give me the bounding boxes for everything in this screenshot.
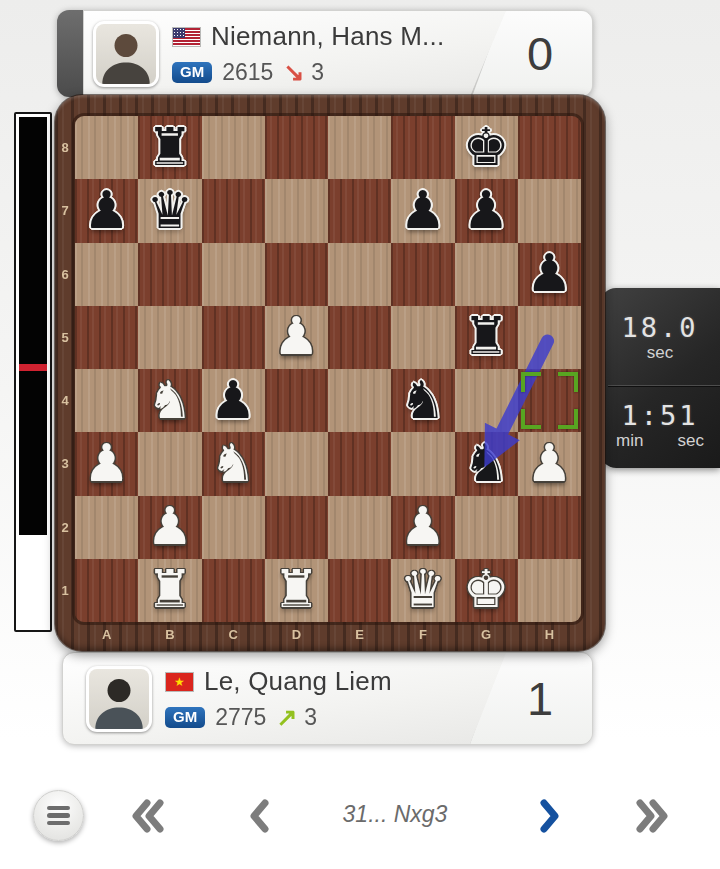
avatar-photo <box>89 669 149 729</box>
black-rook-icon: ♜ <box>463 310 510 362</box>
clock-unit-min: min <box>616 431 643 451</box>
square-a7[interactable]: ♟ <box>75 179 138 242</box>
square-g6[interactable] <box>455 243 518 306</box>
match-score-bottom: 1 <box>527 671 553 726</box>
rating-trend-down-icon: ↘ <box>283 60 304 85</box>
black-knight-icon: ♞ <box>463 437 510 489</box>
square-f7[interactable]: ♟ <box>391 179 454 242</box>
board-grid: ♜♚♟♛♟♟♟♟♜♞♟♞♟♞♞♟♟♟♜♜♛♚ <box>75 116 581 622</box>
white-queen-icon: ♛ <box>400 563 447 615</box>
square-a3[interactable]: ♟ <box>75 432 138 495</box>
rank-label-6: 6 <box>55 243 75 306</box>
clock-top-digits: 18.0 <box>600 312 720 343</box>
square-e4[interactable] <box>328 369 391 432</box>
square-b5[interactable] <box>138 306 201 369</box>
square-c4[interactable]: ♟ <box>202 369 265 432</box>
file-label-b: B <box>138 623 201 649</box>
board-squares-area: ♜♚♟♛♟♟♟♟♜♞♟♞♟♞♞♟♟♟♜♜♛♚ <box>75 116 581 622</box>
file-label-f: F <box>391 623 454 649</box>
first-move-button[interactable] <box>128 796 168 836</box>
square-f4[interactable]: ♞ <box>391 369 454 432</box>
square-h3[interactable]: ♟ <box>518 432 581 495</box>
hamburger-icon <box>47 806 70 826</box>
square-c6[interactable] <box>202 243 265 306</box>
menu-button[interactable] <box>33 790 84 841</box>
player-info-top: Niemann, Hans M... GM 2615 ↘ 3 <box>172 21 444 86</box>
clock-divider <box>608 385 720 386</box>
evaluation-bar-track <box>19 117 47 627</box>
white-king-icon: ♚ <box>463 563 510 615</box>
black-rook-icon: ♜ <box>147 121 194 173</box>
black-pawn-icon: ♟ <box>210 374 257 426</box>
score-zone-bottom: 1 <box>462 653 592 744</box>
white-rook-icon: ♜ <box>273 563 320 615</box>
file-labels: ABCDEFGH <box>75 623 581 649</box>
square-a5[interactable] <box>75 306 138 369</box>
player-rating-row: GM 2615 ↘ 3 <box>172 59 444 86</box>
square-e2[interactable] <box>328 496 391 559</box>
square-f1[interactable]: ♛ <box>391 559 454 622</box>
player-name-row: Le, Quang Liem <box>165 666 392 697</box>
player-info-bottom: Le, Quang Liem GM 2775 ↗ 3 <box>165 666 392 731</box>
white-pawn-icon: ♟ <box>147 500 194 552</box>
square-g2[interactable] <box>455 496 518 559</box>
square-a4[interactable] <box>75 369 138 432</box>
square-b7[interactable]: ♛ <box>138 179 201 242</box>
player-card-top-body: Niemann, Hans M... GM 2615 ↘ 3 0 <box>83 10 593 97</box>
rank-labels: 87654321 <box>55 116 75 622</box>
clock-bottom-digits: 1:51 <box>600 400 720 431</box>
square-d5[interactable]: ♟ <box>265 306 328 369</box>
square-f8[interactable] <box>391 116 454 179</box>
clock-panel: 18.0 sec 1:51 min sec <box>600 288 720 468</box>
square-e6[interactable] <box>328 243 391 306</box>
square-h7[interactable] <box>518 179 581 242</box>
white-knight-icon: ♞ <box>210 437 257 489</box>
black-pawn-icon: ♟ <box>400 184 447 236</box>
black-pawn-icon: ♟ <box>83 184 130 236</box>
target-square-highlight-h4 <box>518 369 581 432</box>
rank-label-3: 3 <box>55 432 75 495</box>
score-zone-top: 0 <box>462 11 592 96</box>
square-h5[interactable] <box>518 306 581 369</box>
gm-title-badge: GM <box>172 62 212 84</box>
square-c5[interactable] <box>202 306 265 369</box>
square-h6[interactable]: ♟ <box>518 243 581 306</box>
clock-bottom-units: min sec <box>600 431 720 451</box>
square-f2[interactable]: ♟ <box>391 496 454 559</box>
square-a8[interactable] <box>75 116 138 179</box>
avatar-photo <box>96 24 156 84</box>
rating-trend-up-icon: ↗ <box>276 705 297 730</box>
player-name: Le, Quang Liem <box>204 666 392 697</box>
square-e8[interactable] <box>328 116 391 179</box>
rating-trend-value: 3 <box>311 59 324 86</box>
square-g3[interactable]: ♞ <box>455 432 518 495</box>
rank-label-8: 8 <box>55 116 75 179</box>
evaluation-bar <box>14 112 52 632</box>
square-c2[interactable] <box>202 496 265 559</box>
square-d4[interactable] <box>265 369 328 432</box>
evaluation-bar-black-fill <box>19 117 47 535</box>
square-d3[interactable] <box>265 432 328 495</box>
previous-move-button[interactable] <box>240 796 280 836</box>
square-g1[interactable]: ♚ <box>455 559 518 622</box>
match-score-top: 0 <box>527 26 553 81</box>
square-c8[interactable] <box>202 116 265 179</box>
player-card-bottom: Le, Quang Liem GM 2775 ↗ 3 1 <box>62 652 593 745</box>
square-d1[interactable]: ♜ <box>265 559 328 622</box>
player-card-bottom-body: Le, Quang Liem GM 2775 ↗ 3 1 <box>62 652 593 745</box>
avatar-top <box>93 21 159 87</box>
square-a2[interactable] <box>75 496 138 559</box>
black-knight-icon: ♞ <box>400 374 447 426</box>
square-e1[interactable] <box>328 559 391 622</box>
clock-bottom-time: 1:51 min sec <box>600 400 720 451</box>
file-label-c: C <box>202 623 265 649</box>
square-f3[interactable] <box>391 432 454 495</box>
square-a6[interactable] <box>75 243 138 306</box>
square-b1[interactable]: ♜ <box>138 559 201 622</box>
square-b6[interactable] <box>138 243 201 306</box>
white-pawn-icon: ♟ <box>526 437 573 489</box>
square-e5[interactable] <box>328 306 391 369</box>
black-pawn-icon: ♟ <box>463 184 510 236</box>
evaluation-bar-marker <box>19 364 47 371</box>
double-chevron-right-icon <box>632 796 672 836</box>
last-move-button[interactable] <box>632 796 672 836</box>
square-c3[interactable]: ♞ <box>202 432 265 495</box>
player-rating: 2775 <box>215 704 266 731</box>
rating-trend-value: 3 <box>304 704 317 731</box>
player-card-top: Niemann, Hans M... GM 2615 ↘ 3 0 <box>57 10 593 97</box>
square-e7[interactable] <box>328 179 391 242</box>
black-king-icon: ♚ <box>463 121 510 173</box>
black-side-tab <box>57 10 83 97</box>
square-g8[interactable]: ♚ <box>455 116 518 179</box>
square-f6[interactable] <box>391 243 454 306</box>
avatar-bottom <box>86 666 152 732</box>
square-e3[interactable] <box>328 432 391 495</box>
square-d2[interactable] <box>265 496 328 559</box>
clock-top-unit: sec <box>600 343 720 363</box>
clock-unit-sec: sec <box>678 431 704 451</box>
rank-label-5: 5 <box>55 306 75 369</box>
white-pawn-icon: ♟ <box>273 310 320 362</box>
gm-title-badge: GM <box>165 707 205 729</box>
file-label-e: E <box>328 623 391 649</box>
white-rook-icon: ♜ <box>147 563 194 615</box>
square-b8[interactable]: ♜ <box>138 116 201 179</box>
player-rating: 2615 <box>222 59 273 86</box>
square-h2[interactable] <box>518 496 581 559</box>
file-label-a: A <box>75 623 138 649</box>
rank-label-2: 2 <box>55 496 75 559</box>
square-c1[interactable] <box>202 559 265 622</box>
clock-top-time: 18.0 sec <box>600 312 720 363</box>
black-queen-icon: ♛ <box>147 184 194 236</box>
double-chevron-left-icon <box>128 796 168 836</box>
white-pawn-icon: ♟ <box>400 500 447 552</box>
square-d8[interactable] <box>265 116 328 179</box>
square-b2[interactable]: ♟ <box>138 496 201 559</box>
player-name-row: Niemann, Hans M... <box>172 21 444 52</box>
square-h1[interactable] <box>518 559 581 622</box>
square-c7[interactable] <box>202 179 265 242</box>
square-a1[interactable] <box>75 559 138 622</box>
square-h8[interactable] <box>518 116 581 179</box>
square-d7[interactable] <box>265 179 328 242</box>
us-flag-icon <box>172 27 201 47</box>
square-d6[interactable] <box>265 243 328 306</box>
square-g4[interactable] <box>455 369 518 432</box>
white-pawn-icon: ♟ <box>83 437 130 489</box>
square-b3[interactable] <box>138 432 201 495</box>
rank-label-7: 7 <box>55 179 75 242</box>
current-move-label: 31... Nxg3 <box>300 801 490 828</box>
square-b4[interactable]: ♞ <box>138 369 201 432</box>
chevron-right-icon <box>529 796 569 836</box>
next-move-button[interactable] <box>529 796 569 836</box>
square-g5[interactable]: ♜ <box>455 306 518 369</box>
rank-label-4: 4 <box>55 369 75 432</box>
vn-flag-icon <box>165 672 194 692</box>
rank-label-1: 1 <box>55 559 75 622</box>
white-knight-icon: ♞ <box>147 374 194 426</box>
square-g7[interactable]: ♟ <box>455 179 518 242</box>
player-rating-row: GM 2775 ↗ 3 <box>165 704 392 731</box>
black-pawn-icon: ♟ <box>526 247 573 299</box>
file-label-h: H <box>518 623 581 649</box>
chess-board: 87654321 ABCDEFGH ♜♚♟♛♟♟♟♟♜♞♟♞♟♞♞♟♟♟♜♜♛♚ <box>55 95 605 651</box>
file-label-d: D <box>265 623 328 649</box>
player-name: Niemann, Hans M... <box>211 21 444 52</box>
file-label-g: G <box>455 623 518 649</box>
chevron-left-icon <box>240 796 280 836</box>
square-f5[interactable] <box>391 306 454 369</box>
broadcast-app: Niemann, Hans M... GM 2615 ↘ 3 0 18.0 se… <box>0 0 720 869</box>
